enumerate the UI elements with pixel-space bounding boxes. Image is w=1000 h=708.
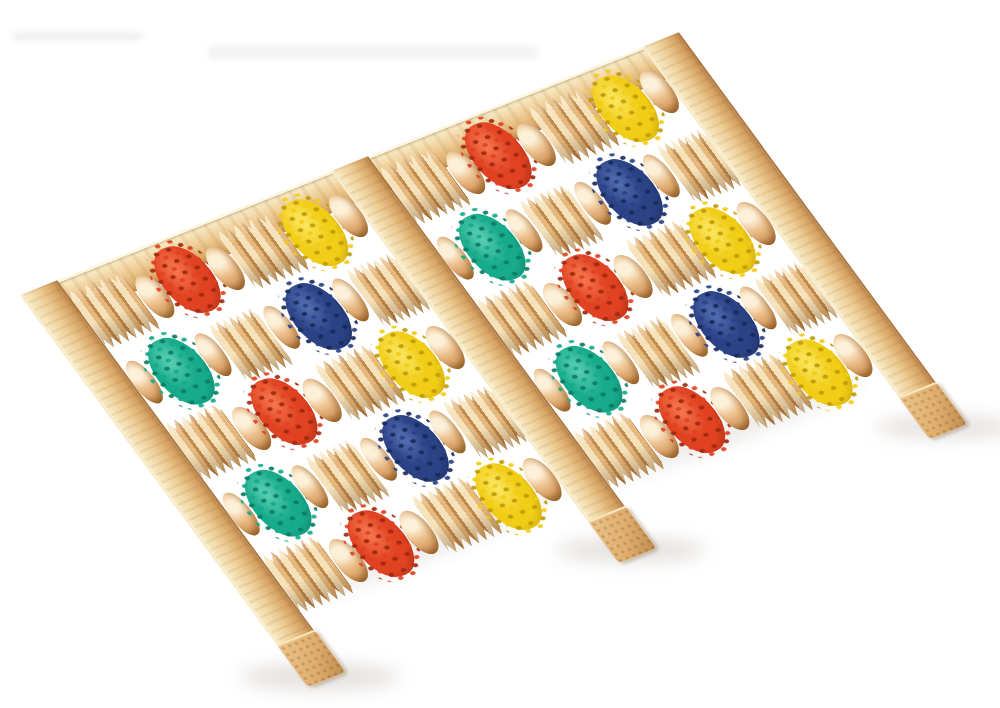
photo-stage (0, 0, 1000, 708)
background-artifact (12, 33, 142, 40)
foot-massager (20, 32, 970, 692)
rows-layer (20, 32, 970, 692)
background-artifact (208, 46, 538, 59)
